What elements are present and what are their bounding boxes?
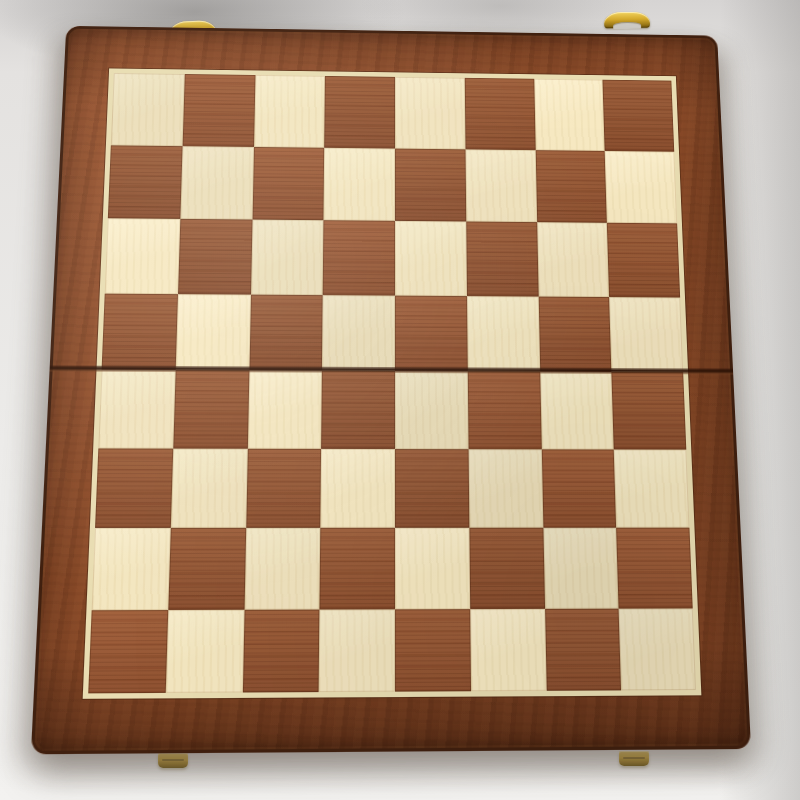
square-a7[interactable]	[108, 145, 183, 219]
square-b1[interactable]	[165, 609, 244, 693]
square-b7[interactable]	[180, 146, 253, 220]
photo-stage	[0, 0, 800, 800]
square-c3[interactable]	[246, 448, 322, 528]
square-e5[interactable]	[395, 295, 468, 371]
square-e7[interactable]	[395, 148, 466, 221]
square-d2[interactable]	[320, 528, 395, 609]
square-c2[interactable]	[244, 528, 320, 609]
square-a1[interactable]	[88, 609, 168, 693]
folding-chessboard-box	[31, 26, 751, 754]
square-c1[interactable]	[242, 609, 319, 692]
square-h6[interactable]	[607, 223, 680, 297]
square-f4[interactable]	[468, 371, 542, 449]
square-f2[interactable]	[469, 528, 544, 609]
square-g7[interactable]	[535, 150, 607, 223]
square-h8[interactable]	[603, 80, 675, 152]
square-f7[interactable]	[465, 149, 536, 222]
square-e1[interactable]	[395, 609, 471, 692]
square-a6[interactable]	[105, 218, 180, 293]
square-c7[interactable]	[252, 147, 324, 221]
square-d8[interactable]	[324, 76, 395, 148]
square-c4[interactable]	[247, 370, 322, 448]
square-h3[interactable]	[614, 449, 690, 528]
square-a2[interactable]	[92, 528, 171, 610]
brass-hinge-right	[604, 12, 650, 29]
square-f8[interactable]	[465, 78, 536, 150]
square-e4[interactable]	[395, 371, 468, 449]
square-d6[interactable]	[323, 220, 395, 295]
square-f1[interactable]	[470, 608, 546, 691]
square-g3[interactable]	[541, 449, 616, 528]
square-f3[interactable]	[468, 449, 543, 528]
square-e2[interactable]	[395, 528, 470, 609]
square-b3[interactable]	[171, 448, 248, 528]
square-g5[interactable]	[538, 296, 611, 372]
square-a8[interactable]	[111, 73, 185, 146]
square-g1[interactable]	[545, 608, 622, 691]
square-d4[interactable]	[321, 371, 395, 449]
brass-clasp-left	[158, 753, 188, 768]
square-d1[interactable]	[319, 609, 395, 692]
square-b2[interactable]	[168, 528, 246, 610]
square-g8[interactable]	[534, 79, 605, 151]
square-h1[interactable]	[619, 608, 696, 690]
square-d3[interactable]	[321, 448, 395, 527]
square-f6[interactable]	[466, 221, 538, 296]
playing-area[interactable]	[83, 68, 702, 698]
square-h7[interactable]	[605, 151, 677, 224]
brass-clasp-right	[619, 751, 649, 766]
square-f5[interactable]	[467, 296, 540, 372]
square-c6[interactable]	[251, 220, 324, 295]
square-b4[interactable]	[173, 370, 249, 448]
square-e6[interactable]	[395, 221, 467, 296]
square-g4[interactable]	[540, 372, 614, 449]
square-a3[interactable]	[95, 448, 173, 528]
square-b5[interactable]	[175, 294, 250, 371]
square-b8[interactable]	[182, 74, 255, 146]
square-g6[interactable]	[537, 222, 610, 296]
square-b6[interactable]	[178, 219, 252, 294]
square-e3[interactable]	[395, 449, 469, 528]
square-h4[interactable]	[612, 372, 687, 449]
square-e8[interactable]	[395, 77, 465, 149]
square-h2[interactable]	[616, 528, 692, 608]
square-a4[interactable]	[98, 370, 175, 448]
square-a5[interactable]	[102, 293, 178, 370]
square-c8[interactable]	[254, 75, 326, 147]
square-g2[interactable]	[543, 528, 619, 609]
square-h5[interactable]	[609, 297, 683, 373]
square-c5[interactable]	[249, 294, 323, 371]
square-d5[interactable]	[322, 295, 395, 371]
square-d7[interactable]	[324, 147, 395, 221]
